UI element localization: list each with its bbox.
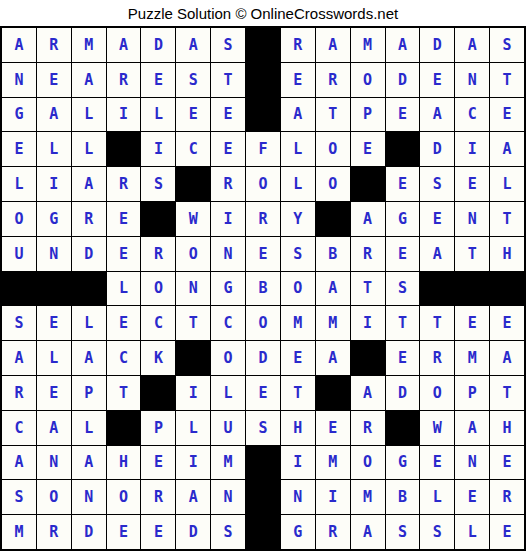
letter-cell[interactable]: O: [2, 202, 36, 236]
letter-cell[interactable]: N: [37, 237, 71, 271]
letter-cell[interactable]: I: [107, 98, 141, 132]
letter-cell[interactable]: L: [37, 341, 71, 375]
letter-cell[interactable]: G: [37, 202, 71, 236]
letter-cell[interactable]: C: [211, 306, 245, 340]
letter-cell[interactable]: A: [386, 28, 420, 62]
letter-cell[interactable]: S: [141, 167, 175, 201]
letter-cell[interactable]: O: [246, 306, 280, 340]
black-cell: [351, 341, 385, 375]
letter-cell[interactable]: R: [316, 63, 350, 97]
letter-cell[interactable]: S: [386, 515, 420, 549]
letter-cell[interactable]: N: [37, 446, 71, 480]
letter-cell[interactable]: E: [176, 98, 210, 132]
letter-cell[interactable]: R: [420, 341, 454, 375]
letter-cell[interactable]: G: [281, 515, 315, 549]
letter-cell[interactable]: T: [386, 306, 420, 340]
black-cell: [246, 446, 280, 480]
letter-cell[interactable]: I: [351, 306, 385, 340]
letter-cell[interactable]: E: [141, 515, 175, 549]
letter-cell[interactable]: I: [455, 132, 489, 166]
letter-cell[interactable]: I: [37, 167, 71, 201]
letter-cell[interactable]: T: [490, 63, 524, 97]
letter-cell[interactable]: E: [211, 132, 245, 166]
letter-cell[interactable]: S: [386, 272, 420, 306]
letter-cell[interactable]: E: [316, 411, 350, 445]
letter-cell[interactable]: H: [281, 411, 315, 445]
letter-cell[interactable]: I: [316, 480, 350, 514]
letter-cell[interactable]: E: [281, 63, 315, 97]
letter-cell[interactable]: I: [211, 202, 245, 236]
letter-cell[interactable]: T: [107, 376, 141, 410]
letter-cell[interactable]: A: [420, 98, 454, 132]
letter-cell[interactable]: A: [176, 28, 210, 62]
letter-cell[interactable]: C: [141, 306, 175, 340]
letter-cell[interactable]: A: [176, 480, 210, 514]
letter-cell[interactable]: T: [211, 63, 245, 97]
letter-cell[interactable]: Y: [281, 202, 315, 236]
letter-cell[interactable]: T: [420, 306, 454, 340]
letter-cell[interactable]: D: [72, 515, 106, 549]
letter-cell[interactable]: L: [420, 480, 454, 514]
black-cell: [455, 272, 489, 306]
letter-cell[interactable]: L: [37, 132, 71, 166]
black-cell: [176, 341, 210, 375]
letter-cell[interactable]: P: [351, 98, 385, 132]
letter-cell[interactable]: S: [246, 411, 280, 445]
letter-cell[interactable]: G: [2, 98, 36, 132]
letter-cell[interactable]: A: [72, 341, 106, 375]
letter-cell[interactable]: S: [176, 63, 210, 97]
letter-cell[interactable]: H: [107, 446, 141, 480]
letter-cell[interactable]: S: [490, 28, 524, 62]
letter-cell[interactable]: L: [72, 306, 106, 340]
letter-cell[interactable]: T: [490, 202, 524, 236]
letter-cell[interactable]: D: [386, 376, 420, 410]
letter-cell[interactable]: P: [455, 376, 489, 410]
letter-cell[interactable]: A: [72, 167, 106, 201]
letter-cell[interactable]: A: [316, 28, 350, 62]
letter-cell[interactable]: O: [141, 272, 175, 306]
letter-cell[interactable]: L: [490, 167, 524, 201]
letter-cell[interactable]: E: [490, 98, 524, 132]
letter-cell[interactable]: A: [72, 63, 106, 97]
letter-cell[interactable]: P: [141, 411, 175, 445]
black-cell: [246, 98, 280, 132]
black-cell: [72, 272, 106, 306]
letter-cell[interactable]: S: [420, 167, 454, 201]
letter-cell[interactable]: L: [72, 132, 106, 166]
letter-cell[interactable]: N: [176, 272, 210, 306]
letter-cell[interactable]: A: [490, 341, 524, 375]
letter-cell[interactable]: N: [211, 480, 245, 514]
letter-cell[interactable]: A: [281, 98, 315, 132]
black-cell: [37, 272, 71, 306]
letter-cell[interactable]: R: [141, 237, 175, 271]
letter-cell[interactable]: S: [211, 515, 245, 549]
letter-cell[interactable]: A: [351, 515, 385, 549]
letter-cell[interactable]: G: [211, 272, 245, 306]
letter-cell[interactable]: E: [351, 132, 385, 166]
letter-cell[interactable]: R: [246, 202, 280, 236]
letter-cell[interactable]: R: [351, 411, 385, 445]
black-cell: [490, 272, 524, 306]
letter-cell[interactable]: T: [316, 98, 350, 132]
letter-cell[interactable]: O: [246, 167, 280, 201]
letter-cell[interactable]: N: [72, 480, 106, 514]
letter-cell[interactable]: G: [386, 202, 420, 236]
letter-cell[interactable]: M: [351, 28, 385, 62]
letter-cell[interactable]: R: [107, 167, 141, 201]
letter-cell[interactable]: S: [420, 515, 454, 549]
letter-cell[interactable]: E: [420, 63, 454, 97]
letter-cell[interactable]: E: [141, 446, 175, 480]
letter-cell[interactable]: G: [386, 446, 420, 480]
letter-cell[interactable]: C: [455, 98, 489, 132]
letter-cell[interactable]: W: [420, 411, 454, 445]
letter-cell[interactable]: E: [107, 237, 141, 271]
letter-cell[interactable]: M: [72, 28, 106, 62]
letter-cell[interactable]: I: [176, 376, 210, 410]
letter-cell[interactable]: N: [455, 446, 489, 480]
page-title: Puzzle Solution © OnlineCrosswords.net: [0, 0, 526, 26]
letter-cell[interactable]: D: [246, 341, 280, 375]
letter-cell[interactable]: O: [351, 63, 385, 97]
letter-cell[interactable]: M: [316, 306, 350, 340]
letter-cell[interactable]: O: [37, 480, 71, 514]
black-cell: [246, 480, 280, 514]
letter-cell[interactable]: E: [386, 167, 420, 201]
letter-cell[interactable]: E: [107, 202, 141, 236]
letter-cell[interactable]: T: [455, 237, 489, 271]
letter-cell[interactable]: S: [2, 480, 36, 514]
letter-cell[interactable]: O: [316, 132, 350, 166]
letter-cell[interactable]: R: [72, 202, 106, 236]
letter-cell[interactable]: E: [386, 237, 420, 271]
black-cell: [316, 202, 350, 236]
letter-cell[interactable]: M: [455, 341, 489, 375]
letter-cell[interactable]: A: [316, 341, 350, 375]
letter-cell[interactable]: N: [281, 480, 315, 514]
letter-cell[interactable]: R: [281, 28, 315, 62]
letter-cell[interactable]: E: [37, 376, 71, 410]
letter-cell[interactable]: L: [72, 411, 106, 445]
letter-cell[interactable]: U: [2, 237, 36, 271]
letter-cell[interactable]: M: [351, 480, 385, 514]
letter-cell[interactable]: T: [490, 376, 524, 410]
letter-cell[interactable]: I: [141, 132, 175, 166]
black-cell: [386, 132, 420, 166]
letter-cell[interactable]: D: [176, 515, 210, 549]
letter-cell[interactable]: H: [490, 411, 524, 445]
letter-cell[interactable]: E: [37, 63, 71, 97]
letter-cell[interactable]: C: [176, 132, 210, 166]
letter-cell[interactable]: F: [246, 132, 280, 166]
letter-cell[interactable]: A: [455, 411, 489, 445]
letter-cell[interactable]: D: [141, 28, 175, 62]
letter-cell[interactable]: E: [141, 63, 175, 97]
letter-cell[interactable]: L: [176, 411, 210, 445]
black-cell: [176, 167, 210, 201]
letter-cell[interactable]: A: [2, 446, 36, 480]
letter-cell[interactable]: W: [176, 202, 210, 236]
letter-cell[interactable]: M: [211, 446, 245, 480]
letter-cell[interactable]: A: [455, 28, 489, 62]
letter-cell[interactable]: A: [37, 411, 71, 445]
black-cell: [141, 376, 175, 410]
letter-cell[interactable]: L: [455, 515, 489, 549]
letter-cell[interactable]: L: [211, 376, 245, 410]
letter-cell[interactable]: C: [2, 411, 36, 445]
letter-cell[interactable]: N: [455, 202, 489, 236]
letter-cell[interactable]: T: [351, 272, 385, 306]
letter-cell[interactable]: I: [281, 446, 315, 480]
letter-cell[interactable]: N: [455, 63, 489, 97]
letter-cell[interactable]: K: [141, 341, 175, 375]
letter-cell[interactable]: O: [176, 237, 210, 271]
letter-cell[interactable]: E: [420, 202, 454, 236]
letter-cell[interactable]: R: [141, 480, 175, 514]
letter-cell[interactable]: T: [281, 376, 315, 410]
letter-cell[interactable]: P: [72, 376, 106, 410]
black-cell: [246, 515, 280, 549]
black-cell: [351, 167, 385, 201]
letter-cell[interactable]: I: [176, 446, 210, 480]
letter-cell[interactable]: L: [281, 167, 315, 201]
letter-cell[interactable]: O: [420, 376, 454, 410]
letter-cell[interactable]: R: [107, 63, 141, 97]
letter-cell[interactable]: E: [455, 306, 489, 340]
letter-cell[interactable]: E: [455, 167, 489, 201]
letter-cell[interactable]: L: [107, 272, 141, 306]
black-cell: [246, 28, 280, 62]
letter-cell[interactable]: D: [420, 132, 454, 166]
letter-cell[interactable]: H: [490, 237, 524, 271]
letter-cell[interactable]: S: [2, 306, 36, 340]
black-cell: [420, 272, 454, 306]
letter-cell[interactable]: E: [2, 132, 36, 166]
letter-cell[interactable]: A: [107, 28, 141, 62]
letter-cell[interactable]: E: [455, 480, 489, 514]
black-cell: [141, 202, 175, 236]
letter-cell[interactable]: D: [72, 237, 106, 271]
letter-cell[interactable]: O: [281, 272, 315, 306]
letter-cell[interactable]: A: [2, 341, 36, 375]
letter-cell[interactable]: L: [2, 167, 36, 201]
black-cell: [316, 376, 350, 410]
letter-cell[interactable]: U: [211, 411, 245, 445]
letter-cell[interactable]: R: [2, 376, 36, 410]
letter-cell[interactable]: A: [490, 132, 524, 166]
crossword-grid: ARMADASRAMADASNEARESTERODENTGALILEEATPEA…: [0, 26, 526, 551]
letter-cell[interactable]: A: [420, 237, 454, 271]
letter-cell[interactable]: M: [2, 515, 36, 549]
letter-cell[interactable]: O: [107, 480, 141, 514]
black-cell: [107, 411, 141, 445]
letter-cell[interactable]: E: [386, 341, 420, 375]
letter-cell[interactable]: E: [211, 98, 245, 132]
letter-cell[interactable]: A: [351, 202, 385, 236]
letter-cell[interactable]: R: [37, 28, 71, 62]
letter-cell[interactable]: B: [316, 237, 350, 271]
letter-cell[interactable]: E: [386, 98, 420, 132]
letter-cell[interactable]: E: [107, 515, 141, 549]
black-cell: [2, 272, 36, 306]
letter-cell[interactable]: R: [37, 515, 71, 549]
letter-cell[interactable]: S: [281, 237, 315, 271]
letter-cell[interactable]: A: [316, 272, 350, 306]
letter-cell[interactable]: M: [281, 306, 315, 340]
letter-cell[interactable]: L: [281, 132, 315, 166]
letter-cell[interactable]: R: [316, 515, 350, 549]
letter-cell[interactable]: E: [490, 515, 524, 549]
letter-cell[interactable]: E: [37, 306, 71, 340]
letter-cell[interactable]: D: [386, 63, 420, 97]
letter-cell[interactable]: E: [246, 237, 280, 271]
letter-cell[interactable]: L: [72, 98, 106, 132]
letter-cell[interactable]: R: [490, 480, 524, 514]
letter-cell[interactable]: A: [2, 28, 36, 62]
letter-cell[interactable]: O: [351, 446, 385, 480]
letter-cell[interactable]: T: [176, 306, 210, 340]
letter-cell[interactable]: O: [211, 341, 245, 375]
letter-cell[interactable]: E: [490, 306, 524, 340]
letter-cell[interactable]: E: [281, 341, 315, 375]
black-cell: [107, 132, 141, 166]
letter-cell[interactable]: E: [107, 306, 141, 340]
letter-cell[interactable]: C: [107, 341, 141, 375]
letter-cell[interactable]: E: [490, 446, 524, 480]
letter-cell[interactable]: B: [386, 480, 420, 514]
letter-cell[interactable]: A: [351, 376, 385, 410]
letter-cell[interactable]: A: [37, 98, 71, 132]
letter-cell[interactable]: D: [420, 28, 454, 62]
letter-cell[interactable]: R: [211, 167, 245, 201]
letter-cell[interactable]: L: [141, 98, 175, 132]
letter-cell[interactable]: E: [246, 376, 280, 410]
letter-cell[interactable]: S: [211, 28, 245, 62]
letter-cell[interactable]: M: [316, 446, 350, 480]
letter-cell[interactable]: R: [351, 237, 385, 271]
letter-cell[interactable]: A: [72, 446, 106, 480]
letter-cell[interactable]: B: [246, 272, 280, 306]
letter-cell[interactable]: O: [316, 167, 350, 201]
letter-cell[interactable]: N: [211, 237, 245, 271]
letter-cell[interactable]: N: [2, 63, 36, 97]
letter-cell[interactable]: E: [420, 446, 454, 480]
black-cell: [246, 63, 280, 97]
black-cell: [386, 411, 420, 445]
